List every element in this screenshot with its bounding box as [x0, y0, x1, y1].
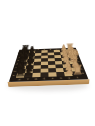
square-a2: ♟	[64, 72, 73, 77]
square-a5	[40, 72, 48, 77]
scene: 87654321 ♜♟♟♜♞♟♟♞♝♟♟♝♚♟♟♚♛♟♟♛♝♟♟♝♞♟♟♞♜♟♟…	[14, 28, 82, 96]
chess-board: 87654321 ♜♟♟♜♞♟♟♞♝♟♟♝♚♟♟♚♛♟♟♛♝♟♟♝♞♟♟♞♜♟♟…	[9, 48, 89, 82]
square-a6	[32, 73, 40, 78]
scene-tilt: 87654321 ♜♟♟♜♞♟♟♞♝♟♟♝♚♟♟♚♛♟♟♛♝♟♟♝♞♟♟♞♜♟♟…	[0, 0, 95, 126]
board-edge-rim	[8, 79, 90, 86]
coordinate-label: a	[10, 74, 17, 79]
board-grid: ♜♟♟♜♞♟♟♞♝♟♟♝♚♟♟♚♛♟♟♛♝♟♟♝♞♟♟♞♜♟♟♜	[16, 49, 81, 78]
chess-set-product-photo: 87654321 ♜♟♟♜♞♟♟♞♝♟♟♝♚♟♟♚♛♟♟♛♝♟♟♝♞♟♟♞♜♟♟…	[0, 0, 95, 126]
coordinate-label: a	[80, 71, 87, 75]
